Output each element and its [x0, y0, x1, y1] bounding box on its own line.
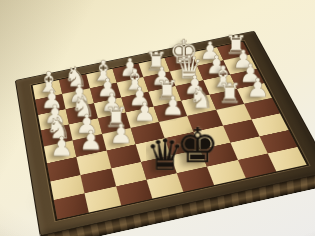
piece-white-bishop-a8: ♝ [35, 68, 63, 96]
square-d4 [130, 122, 164, 145]
chess-render-scene: ♝♞♝♟♜♚♟♜♟♟♟♝♟♛♟♟♟♞♟♟♜♟♝♟♞♟♜♟♟♞♜♟♟♟♟♛♚ [0, 0, 315, 236]
piece-white-rook-h8: ♜ [222, 32, 249, 57]
piece-white-pawn-a4: ♟ [47, 133, 77, 160]
square-c5: ♜ [98, 112, 131, 134]
square-g5: ♜ [209, 89, 244, 110]
piece-white-knight-b8: ♞ [62, 64, 90, 91]
square-a5: ♞ [41, 124, 73, 146]
square-a1 [54, 193, 89, 219]
